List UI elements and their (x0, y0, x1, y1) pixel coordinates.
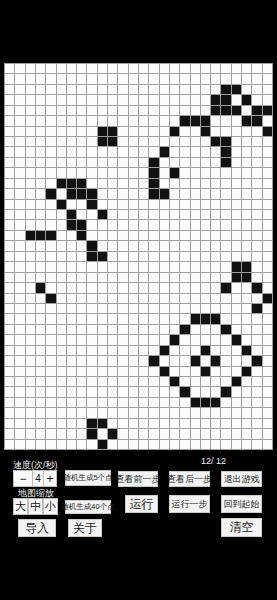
cell-r25c17[interactable] (180, 325, 189, 334)
cell-r22c4[interactable] (46, 294, 55, 303)
cell-r12c7[interactable] (77, 189, 86, 198)
cell-r33c2[interactable] (26, 408, 35, 417)
cell-r21c24[interactable] (252, 283, 261, 292)
cell-r33c25[interactable] (263, 408, 272, 417)
cell-r34c15[interactable] (160, 419, 169, 428)
cell-r27c14[interactable] (149, 346, 158, 355)
cell-r24c16[interactable] (170, 314, 179, 323)
cell-r6c4[interactable] (46, 127, 55, 136)
cell-r3c16[interactable] (170, 95, 179, 104)
cell-r35c19[interactable] (201, 429, 210, 438)
cell-r16c14[interactable] (149, 231, 158, 240)
cell-r36c6[interactable] (67, 440, 76, 449)
cell-r9c16[interactable] (170, 158, 179, 167)
cell-r12c0[interactable] (5, 189, 14, 198)
cell-r21c21[interactable] (221, 283, 230, 292)
cell-r18c25[interactable] (263, 252, 272, 261)
cell-r10c19[interactable] (201, 168, 210, 177)
cell-r2c22[interactable] (232, 85, 241, 94)
speed-plus-button[interactable]: + (43, 470, 57, 487)
cell-r34c23[interactable] (242, 419, 251, 428)
cell-r34c14[interactable] (149, 419, 158, 428)
cell-r28c13[interactable] (139, 356, 148, 365)
cell-r5c19[interactable] (201, 116, 210, 125)
cell-r15c15[interactable] (160, 220, 169, 229)
cell-r0c3[interactable] (36, 64, 45, 73)
cell-r1c18[interactable] (191, 74, 200, 83)
cell-r29c16[interactable] (170, 367, 179, 376)
cell-r32c14[interactable] (149, 398, 158, 407)
cell-r19c20[interactable] (211, 262, 220, 271)
cell-r31c8[interactable] (87, 387, 96, 396)
cell-r16c20[interactable] (211, 231, 220, 240)
cell-r36c4[interactable] (46, 440, 55, 449)
cell-r5c11[interactable] (118, 116, 127, 125)
cell-r2c17[interactable] (180, 85, 189, 94)
cell-r16c22[interactable] (232, 231, 241, 240)
cell-r6c8[interactable] (87, 127, 96, 136)
cell-r8c15[interactable] (160, 147, 169, 156)
cell-r14c20[interactable] (211, 210, 220, 219)
cell-r3c23[interactable] (242, 95, 251, 104)
cell-r36c15[interactable] (160, 440, 169, 449)
cell-r23c12[interactable] (129, 304, 138, 313)
cell-r8c6[interactable] (67, 147, 76, 156)
cell-r32c4[interactable] (46, 398, 55, 407)
cell-r31c18[interactable] (191, 387, 200, 396)
cell-r33c20[interactable] (211, 408, 220, 417)
cell-r27c6[interactable] (67, 346, 76, 355)
cell-r23c8[interactable] (87, 304, 96, 313)
cell-r2c14[interactable] (149, 85, 158, 94)
cell-r0c0[interactable] (5, 64, 14, 73)
cell-r11c14[interactable] (149, 179, 158, 188)
cell-r20c22[interactable] (232, 273, 241, 282)
cell-r10c17[interactable] (180, 168, 189, 177)
cell-r23c24[interactable] (252, 304, 261, 313)
cell-r33c9[interactable] (98, 408, 107, 417)
cell-r33c7[interactable] (77, 408, 86, 417)
cell-r25c16[interactable] (170, 325, 179, 334)
cell-r14c18[interactable] (191, 210, 200, 219)
cell-r11c21[interactable] (221, 179, 230, 188)
cell-r5c9[interactable] (98, 116, 107, 125)
cell-r31c19[interactable] (201, 387, 210, 396)
cell-r15c20[interactable] (211, 220, 220, 229)
cell-r3c20[interactable] (211, 95, 220, 104)
cell-r1c16[interactable] (170, 74, 179, 83)
cell-r2c10[interactable] (108, 85, 117, 94)
cell-r6c3[interactable] (36, 127, 45, 136)
cell-r11c4[interactable] (46, 179, 55, 188)
cell-r20c3[interactable] (36, 273, 45, 282)
cell-r30c21[interactable] (221, 377, 230, 386)
cell-r20c6[interactable] (67, 273, 76, 282)
cell-r23c21[interactable] (221, 304, 230, 313)
cell-r31c12[interactable] (129, 387, 138, 396)
cell-r35c13[interactable] (139, 429, 148, 438)
cell-r6c6[interactable] (67, 127, 76, 136)
cell-r28c22[interactable] (232, 356, 241, 365)
cell-r20c21[interactable] (221, 273, 230, 282)
cell-r34c10[interactable] (108, 419, 117, 428)
cell-r29c2[interactable] (26, 367, 35, 376)
cell-r23c4[interactable] (46, 304, 55, 313)
cell-r22c23[interactable] (242, 294, 251, 303)
cell-r15c3[interactable] (36, 220, 45, 229)
cell-r22c17[interactable] (180, 294, 189, 303)
cell-r2c12[interactable] (129, 85, 138, 94)
cell-r15c18[interactable] (191, 220, 200, 229)
cell-r8c12[interactable] (129, 147, 138, 156)
cell-r19c13[interactable] (139, 262, 148, 271)
zoom-small-button[interactable]: 小 (43, 498, 58, 515)
cell-r21c20[interactable] (211, 283, 220, 292)
cell-r8c8[interactable] (87, 147, 96, 156)
cell-r29c11[interactable] (118, 367, 127, 376)
about-button[interactable]: 关于 (68, 519, 102, 537)
cell-r13c19[interactable] (201, 200, 210, 209)
cell-r21c0[interactable] (5, 283, 14, 292)
cell-r5c23[interactable] (242, 116, 251, 125)
cell-r10c12[interactable] (129, 168, 138, 177)
cell-r5c15[interactable] (160, 116, 169, 125)
cell-r29c20[interactable] (211, 367, 220, 376)
cell-r36c19[interactable] (201, 440, 210, 449)
cell-r29c22[interactable] (232, 367, 241, 376)
cell-r23c23[interactable] (242, 304, 251, 313)
cell-r18c7[interactable] (77, 252, 86, 261)
cell-r30c18[interactable] (191, 377, 200, 386)
cell-r3c7[interactable] (77, 95, 86, 104)
cell-r13c15[interactable] (160, 200, 169, 209)
cell-r11c20[interactable] (211, 179, 220, 188)
cell-r10c1[interactable] (15, 168, 24, 177)
cell-r23c1[interactable] (15, 304, 24, 313)
cell-r26c2[interactable] (26, 335, 35, 344)
cell-r7c9[interactable] (98, 137, 107, 146)
cell-r3c15[interactable] (160, 95, 169, 104)
cell-r31c23[interactable] (242, 387, 251, 396)
cell-r32c10[interactable] (108, 398, 117, 407)
cell-r21c23[interactable] (242, 283, 251, 292)
cell-r23c13[interactable] (139, 304, 148, 313)
cell-r35c2[interactable] (26, 429, 35, 438)
cell-r25c18[interactable] (191, 325, 200, 334)
random-40-button[interactable]: 随机生成40个点 (65, 500, 111, 514)
cell-r35c10[interactable] (108, 429, 117, 438)
cell-r36c13[interactable] (139, 440, 148, 449)
cell-r32c5[interactable] (57, 398, 66, 407)
cell-r26c15[interactable] (160, 335, 169, 344)
cell-r16c23[interactable] (242, 231, 251, 240)
cell-r1c17[interactable] (180, 74, 189, 83)
cell-r24c23[interactable] (242, 314, 251, 323)
cell-r31c17[interactable] (180, 387, 189, 396)
cell-r25c13[interactable] (139, 325, 148, 334)
cell-r27c19[interactable] (201, 346, 210, 355)
cell-r33c17[interactable] (180, 408, 189, 417)
cell-r10c18[interactable] (191, 168, 200, 177)
cell-r11c13[interactable] (139, 179, 148, 188)
cell-r28c19[interactable] (201, 356, 210, 365)
cell-r21c25[interactable] (263, 283, 272, 292)
cell-r6c12[interactable] (129, 127, 138, 136)
cell-r13c12[interactable] (129, 200, 138, 209)
cell-r6c2[interactable] (26, 127, 35, 136)
cell-r19c23[interactable] (242, 262, 251, 271)
cell-r27c12[interactable] (129, 346, 138, 355)
cell-r21c5[interactable] (57, 283, 66, 292)
cell-r19c10[interactable] (108, 262, 117, 271)
cell-r6c9[interactable] (98, 127, 107, 136)
cell-r14c3[interactable] (36, 210, 45, 219)
cell-r9c4[interactable] (46, 158, 55, 167)
cell-r31c24[interactable] (252, 387, 261, 396)
cell-r14c16[interactable] (170, 210, 179, 219)
cell-r9c2[interactable] (26, 158, 35, 167)
cell-r34c9[interactable] (98, 419, 107, 428)
cell-r25c8[interactable] (87, 325, 96, 334)
cell-r23c18[interactable] (191, 304, 200, 313)
cell-r11c5[interactable] (57, 179, 66, 188)
clear-button[interactable]: 清空 (221, 518, 262, 537)
cell-r23c19[interactable] (201, 304, 210, 313)
cell-r6c15[interactable] (160, 127, 169, 136)
cell-r1c5[interactable] (57, 74, 66, 83)
cell-r20c7[interactable] (77, 273, 86, 282)
cell-r1c20[interactable] (211, 74, 220, 83)
cell-r35c20[interactable] (211, 429, 220, 438)
cell-r15c22[interactable] (232, 220, 241, 229)
cell-r8c10[interactable] (108, 147, 117, 156)
cell-r5c8[interactable] (87, 116, 96, 125)
cell-r11c23[interactable] (242, 179, 251, 188)
cell-r2c2[interactable] (26, 85, 35, 94)
cell-r17c20[interactable] (211, 241, 220, 250)
cell-r3c11[interactable] (118, 95, 127, 104)
cell-r27c2[interactable] (26, 346, 35, 355)
cell-r17c8[interactable] (87, 241, 96, 250)
cell-r8c17[interactable] (180, 147, 189, 156)
cell-r10c10[interactable] (108, 168, 117, 177)
cell-r14c6[interactable] (67, 210, 76, 219)
cell-r24c25[interactable] (263, 314, 272, 323)
cell-r27c16[interactable] (170, 346, 179, 355)
cell-r23c7[interactable] (77, 304, 86, 313)
cell-r0c4[interactable] (46, 64, 55, 73)
cell-r29c7[interactable] (77, 367, 86, 376)
cell-r9c21[interactable] (221, 158, 230, 167)
cell-r12c13[interactable] (139, 189, 148, 198)
cell-r29c18[interactable] (191, 367, 200, 376)
cell-r34c8[interactable] (87, 419, 96, 428)
cell-r34c1[interactable] (15, 419, 24, 428)
cell-r27c11[interactable] (118, 346, 127, 355)
cell-r4c19[interactable] (201, 106, 210, 115)
cell-r23c17[interactable] (180, 304, 189, 313)
cell-r11c24[interactable] (252, 179, 261, 188)
cell-r6c24[interactable] (252, 127, 261, 136)
cell-r11c18[interactable] (191, 179, 200, 188)
cell-r22c6[interactable] (67, 294, 76, 303)
cell-r31c6[interactable] (67, 387, 76, 396)
cell-r30c23[interactable] (242, 377, 251, 386)
cell-r29c3[interactable] (36, 367, 45, 376)
cell-r14c15[interactable] (160, 210, 169, 219)
cell-r20c23[interactable] (242, 273, 251, 282)
cell-r5c12[interactable] (129, 116, 138, 125)
cell-r15c6[interactable] (67, 220, 76, 229)
cell-r35c15[interactable] (160, 429, 169, 438)
cell-r5c20[interactable] (211, 116, 220, 125)
cell-r26c14[interactable] (149, 335, 158, 344)
cell-r29c10[interactable] (108, 367, 117, 376)
cell-r30c25[interactable] (263, 377, 272, 386)
cell-r30c3[interactable] (36, 377, 45, 386)
cell-r3c6[interactable] (67, 95, 76, 104)
cell-r0c14[interactable] (149, 64, 158, 73)
cell-r19c3[interactable] (36, 262, 45, 271)
cell-r32c1[interactable] (15, 398, 24, 407)
cell-r24c15[interactable] (160, 314, 169, 323)
cell-r23c16[interactable] (170, 304, 179, 313)
cell-r36c22[interactable] (232, 440, 241, 449)
cell-r34c18[interactable] (191, 419, 200, 428)
cell-r31c13[interactable] (139, 387, 148, 396)
cell-r6c0[interactable] (5, 127, 14, 136)
cell-r33c24[interactable] (252, 408, 261, 417)
cell-r31c25[interactable] (263, 387, 272, 396)
cell-r13c9[interactable] (98, 200, 107, 209)
cell-r20c1[interactable] (15, 273, 24, 282)
cell-r20c24[interactable] (252, 273, 261, 282)
cell-r20c17[interactable] (180, 273, 189, 282)
cell-r32c16[interactable] (170, 398, 179, 407)
cell-r3c24[interactable] (252, 95, 261, 104)
cell-r4c15[interactable] (160, 106, 169, 115)
cell-r18c23[interactable] (242, 252, 251, 261)
cell-r8c1[interactable] (15, 147, 24, 156)
cell-r7c10[interactable] (108, 137, 117, 146)
cell-r17c18[interactable] (191, 241, 200, 250)
cell-r9c6[interactable] (67, 158, 76, 167)
cell-r36c20[interactable] (211, 440, 220, 449)
cell-r16c25[interactable] (263, 231, 272, 240)
cell-r6c1[interactable] (15, 127, 24, 136)
cell-r13c2[interactable] (26, 200, 35, 209)
cell-r7c5[interactable] (57, 137, 66, 146)
cell-r8c11[interactable] (118, 147, 127, 156)
cell-r33c15[interactable] (160, 408, 169, 417)
cell-r13c11[interactable] (118, 200, 127, 209)
cell-r32c23[interactable] (242, 398, 251, 407)
cell-r1c0[interactable] (5, 74, 14, 83)
cell-r34c12[interactable] (129, 419, 138, 428)
cell-r34c4[interactable] (46, 419, 55, 428)
cell-r26c5[interactable] (57, 335, 66, 344)
cell-r13c16[interactable] (170, 200, 179, 209)
back-to-start-button[interactable]: 回到起始 (221, 495, 262, 513)
cell-r35c9[interactable] (98, 429, 107, 438)
cell-r14c8[interactable] (87, 210, 96, 219)
cell-r5c7[interactable] (77, 116, 86, 125)
cell-r21c10[interactable] (108, 283, 117, 292)
cell-r30c19[interactable] (201, 377, 210, 386)
cell-r32c22[interactable] (232, 398, 241, 407)
cell-r33c18[interactable] (191, 408, 200, 417)
cell-r3c22[interactable] (232, 95, 241, 104)
cell-r4c16[interactable] (170, 106, 179, 115)
cell-r36c17[interactable] (180, 440, 189, 449)
cell-r29c1[interactable] (15, 367, 24, 376)
cell-r7c19[interactable] (201, 137, 210, 146)
cell-r1c12[interactable] (129, 74, 138, 83)
cell-r13c8[interactable] (87, 200, 96, 209)
cell-r27c5[interactable] (57, 346, 66, 355)
cell-r0c7[interactable] (77, 64, 86, 73)
cell-r5c10[interactable] (108, 116, 117, 125)
cell-r0c8[interactable] (87, 64, 96, 73)
cell-r5c22[interactable] (232, 116, 241, 125)
cell-r24c20[interactable] (211, 314, 220, 323)
cell-r20c2[interactable] (26, 273, 35, 282)
cell-r30c17[interactable] (180, 377, 189, 386)
cell-r27c15[interactable] (160, 346, 169, 355)
cell-r1c25[interactable] (263, 74, 272, 83)
cell-r9c24[interactable] (252, 158, 261, 167)
cell-r28c1[interactable] (15, 356, 24, 365)
cell-r10c15[interactable] (160, 168, 169, 177)
cell-r17c2[interactable] (26, 241, 35, 250)
cell-r7c2[interactable] (26, 137, 35, 146)
cell-r12c3[interactable] (36, 189, 45, 198)
cell-r12c24[interactable] (252, 189, 261, 198)
cell-r17c16[interactable] (170, 241, 179, 250)
cell-r9c9[interactable] (98, 158, 107, 167)
cell-r23c22[interactable] (232, 304, 241, 313)
cell-r20c20[interactable] (211, 273, 220, 282)
cell-r14c9[interactable] (98, 210, 107, 219)
cell-r23c0[interactable] (5, 304, 14, 313)
cell-r16c18[interactable] (191, 231, 200, 240)
cell-r22c8[interactable] (87, 294, 96, 303)
cell-r35c1[interactable] (15, 429, 24, 438)
cell-r22c11[interactable] (118, 294, 127, 303)
cell-r11c3[interactable] (36, 179, 45, 188)
cell-r36c23[interactable] (242, 440, 251, 449)
cell-r33c1[interactable] (15, 408, 24, 417)
cell-r13c24[interactable] (252, 200, 261, 209)
cell-r14c19[interactable] (201, 210, 210, 219)
cell-r33c3[interactable] (36, 408, 45, 417)
cell-r33c5[interactable] (57, 408, 66, 417)
cell-r16c10[interactable] (108, 231, 117, 240)
cell-r0c21[interactable] (221, 64, 230, 73)
cell-r17c25[interactable] (263, 241, 272, 250)
cell-r27c13[interactable] (139, 346, 148, 355)
cell-r6c20[interactable] (211, 127, 220, 136)
cell-r0c19[interactable] (201, 64, 210, 73)
cell-r32c9[interactable] (98, 398, 107, 407)
cell-r3c25[interactable] (263, 95, 272, 104)
cell-r27c0[interactable] (5, 346, 14, 355)
cell-r13c23[interactable] (242, 200, 251, 209)
cell-r0c12[interactable] (129, 64, 138, 73)
cell-r10c14[interactable] (149, 168, 158, 177)
cell-r27c8[interactable] (87, 346, 96, 355)
cell-r16c19[interactable] (201, 231, 210, 240)
